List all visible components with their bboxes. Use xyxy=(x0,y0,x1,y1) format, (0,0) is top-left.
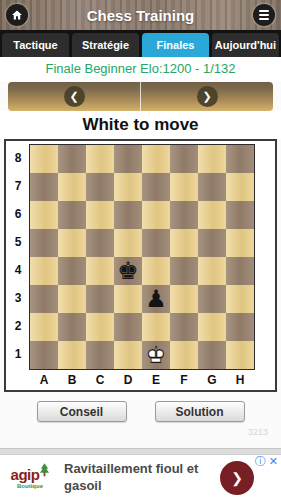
rank-labels: 87654321 xyxy=(7,144,29,370)
file-label-g: G xyxy=(198,370,226,390)
file-label-a: A xyxy=(30,370,58,390)
tab-bar: TactiqueStratégieFinalesAujourd'hui xyxy=(0,30,281,57)
ad-brand-sub: Boutique xyxy=(17,483,43,489)
square-a8[interactable] xyxy=(30,145,58,173)
board-frame: 87654321 ♚♟♚♔ ABCDEFGH xyxy=(4,139,277,392)
square-b6[interactable] xyxy=(58,201,86,229)
square-f5[interactable] xyxy=(170,229,198,257)
rank-label-6: 6 xyxy=(7,200,29,228)
square-e4[interactable] xyxy=(142,257,170,285)
rank-label-2: 2 xyxy=(7,312,29,340)
ad-brand-text: agip xyxy=(11,467,40,482)
square-b8[interactable] xyxy=(58,145,86,173)
square-g6[interactable] xyxy=(198,201,226,229)
square-g4[interactable] xyxy=(198,257,226,285)
tab-aujourdhui[interactable]: Aujourd'hui xyxy=(212,33,279,57)
square-e5[interactable] xyxy=(142,229,170,257)
ad-logo[interactable]: agip Boutique xyxy=(8,467,52,489)
square-g5[interactable] xyxy=(198,229,226,257)
square-c5[interactable] xyxy=(86,229,114,257)
app-header: Chess Training xyxy=(0,0,281,30)
square-b1[interactable] xyxy=(58,341,86,369)
home-icon xyxy=(11,9,23,21)
square-a5[interactable] xyxy=(30,229,58,257)
chevron-right-icon: ❯ xyxy=(197,86,218,107)
action-buttons: Conseil Solution xyxy=(0,401,281,422)
square-h1[interactable] xyxy=(226,341,254,369)
solution-button[interactable]: Solution xyxy=(155,401,245,422)
square-h2[interactable] xyxy=(226,313,254,341)
rank-label-5: 5 xyxy=(7,228,29,256)
tab-tactique[interactable]: Tactique xyxy=(2,33,69,57)
square-a1[interactable] xyxy=(30,341,58,369)
rank-label-8: 8 xyxy=(7,144,29,172)
square-e8[interactable] xyxy=(142,145,170,173)
square-f2[interactable] xyxy=(170,313,198,341)
hamburger-icon xyxy=(259,10,269,20)
conseil-button[interactable]: Conseil xyxy=(37,401,127,422)
chevron-left-icon: ❮ xyxy=(64,86,85,107)
black-pawn[interactable]: ♟ xyxy=(142,285,170,313)
puzzle-status: Finale Beginner Elo:1200 - 1/132 xyxy=(0,57,281,81)
white-king[interactable]: ♚♔ xyxy=(142,341,170,369)
square-d8[interactable] xyxy=(114,145,142,173)
square-e7[interactable] xyxy=(142,173,170,201)
file-label-b: B xyxy=(58,370,86,390)
square-c3[interactable] xyxy=(86,285,114,313)
square-f4[interactable] xyxy=(170,257,198,285)
rank-label-3: 3 xyxy=(7,284,29,312)
app-title: Chess Training xyxy=(28,7,253,24)
prev-puzzle-button[interactable]: ❮ xyxy=(8,82,140,111)
next-puzzle-button[interactable]: ❯ xyxy=(140,82,273,111)
file-labels: ABCDEFGH xyxy=(30,370,255,390)
file-label-e: E xyxy=(142,370,170,390)
square-a6[interactable] xyxy=(30,201,58,229)
square-c4[interactable] xyxy=(86,257,114,285)
board-grid: ♚♟♚♔ xyxy=(29,144,255,370)
square-a4[interactable] xyxy=(30,257,58,285)
square-b7[interactable] xyxy=(58,173,86,201)
square-c1[interactable] xyxy=(86,341,114,369)
file-label-c: C xyxy=(86,370,114,390)
square-e1[interactable]: ♚♔ xyxy=(142,341,170,369)
ad-cta-button[interactable]: ❯ xyxy=(220,461,254,495)
rank-label-7: 7 xyxy=(7,172,29,200)
ad-close-icon[interactable]: ✕ xyxy=(269,455,278,468)
square-d2[interactable] xyxy=(114,313,142,341)
tab-finales[interactable]: Finales xyxy=(142,33,209,57)
file-label-f: F xyxy=(170,370,198,390)
turn-indicator: White to move xyxy=(0,111,281,139)
square-d4[interactable]: ♚ xyxy=(114,257,142,285)
square-c2[interactable] xyxy=(86,313,114,341)
square-c6[interactable] xyxy=(86,201,114,229)
square-g8[interactable] xyxy=(198,145,226,173)
square-e2[interactable] xyxy=(142,313,170,341)
menu-button[interactable] xyxy=(253,4,275,26)
file-label-d: D xyxy=(114,370,142,390)
square-b3[interactable] xyxy=(58,285,86,313)
square-b4[interactable] xyxy=(58,257,86,285)
square-g1[interactable] xyxy=(198,341,226,369)
square-f8[interactable] xyxy=(170,145,198,173)
square-d5[interactable] xyxy=(114,229,142,257)
black-king[interactable]: ♚ xyxy=(114,257,142,285)
square-d1[interactable] xyxy=(114,341,142,369)
adchoices-info-icon[interactable]: ⓘ xyxy=(255,455,266,468)
tree-icon xyxy=(40,463,49,477)
square-c8[interactable] xyxy=(86,145,114,173)
square-f1[interactable] xyxy=(170,341,198,369)
square-a2[interactable] xyxy=(30,313,58,341)
square-d6[interactable] xyxy=(114,201,142,229)
rank-label-1: 1 xyxy=(7,340,29,368)
square-f6[interactable] xyxy=(170,201,198,229)
square-c7[interactable] xyxy=(86,173,114,201)
square-h7[interactable] xyxy=(226,173,254,201)
square-e6[interactable] xyxy=(142,201,170,229)
file-label-h: H xyxy=(226,370,254,390)
square-g7[interactable] xyxy=(198,173,226,201)
square-h6[interactable] xyxy=(226,201,254,229)
ad-chevron-right-icon: ❯ xyxy=(231,470,243,486)
footer-note: 3213 xyxy=(0,427,281,437)
square-d7[interactable] xyxy=(114,173,142,201)
square-f3[interactable] xyxy=(170,285,198,313)
ad-banner[interactable]: agip Boutique Ravitaillement fioul et ga… xyxy=(0,454,281,500)
ad-headline[interactable]: Ravitaillement fioul et gasoil xyxy=(64,461,214,495)
square-d3[interactable] xyxy=(114,285,142,313)
home-button[interactable] xyxy=(6,4,28,26)
square-h8[interactable] xyxy=(226,145,254,173)
square-h5[interactable] xyxy=(226,229,254,257)
tab-stratgie[interactable]: Stratégie xyxy=(72,33,139,57)
rank-label-4: 4 xyxy=(7,256,29,284)
square-h3[interactable] xyxy=(226,285,254,313)
app: Chess Training TactiqueStratégieFinalesA… xyxy=(0,0,281,500)
square-g2[interactable] xyxy=(198,313,226,341)
square-f7[interactable] xyxy=(170,173,198,201)
square-b5[interactable] xyxy=(58,229,86,257)
square-b2[interactable] xyxy=(58,313,86,341)
square-e3[interactable]: ♟ xyxy=(142,285,170,313)
square-a3[interactable] xyxy=(30,285,58,313)
square-g3[interactable] xyxy=(198,285,226,313)
square-h4[interactable] xyxy=(226,257,254,285)
puzzle-pager: ❮ ❯ xyxy=(8,82,273,111)
square-a7[interactable] xyxy=(30,173,58,201)
